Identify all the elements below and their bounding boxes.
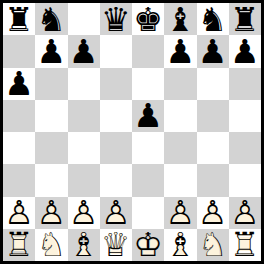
- black-knight[interactable]: ♞: [197, 3, 229, 35]
- square-g5[interactable]: [197, 100, 229, 132]
- square-d3[interactable]: [100, 164, 132, 196]
- black-knight-glyph: ♞: [35, 3, 67, 35]
- square-c4[interactable]: [68, 132, 100, 164]
- white-knight-outline: ♘: [197, 229, 229, 261]
- square-d2[interactable]: ♟♙: [100, 197, 132, 229]
- square-d1[interactable]: ♛♕: [100, 229, 132, 261]
- black-pawn[interactable]: ♟: [164, 35, 196, 67]
- white-pawn-outline: ♙: [164, 197, 196, 229]
- square-g6[interactable]: [197, 68, 229, 100]
- square-a4[interactable]: [3, 132, 35, 164]
- black-bishop-glyph: ♝: [164, 3, 196, 35]
- black-king-glyph: ♚: [132, 3, 164, 35]
- square-b7[interactable]: ♟: [35, 35, 67, 67]
- square-d5[interactable]: [100, 100, 132, 132]
- white-bishop-outline: ♗: [164, 229, 196, 261]
- black-queen-glyph: ♛: [100, 3, 132, 35]
- square-c6[interactable]: [68, 68, 100, 100]
- black-pawn[interactable]: ♟: [35, 35, 67, 67]
- square-h8[interactable]: ♜: [229, 3, 261, 35]
- white-pawn[interactable]: ♟♙: [197, 197, 229, 229]
- black-bishop[interactable]: ♝: [164, 3, 196, 35]
- black-pawn[interactable]: ♟: [229, 35, 261, 67]
- square-h1[interactable]: ♜♖: [229, 229, 261, 261]
- square-f5[interactable]: [164, 100, 196, 132]
- black-pawn-glyph: ♟: [68, 35, 100, 67]
- black-pawn-glyph: ♟: [35, 35, 67, 67]
- square-b2[interactable]: ♟♙: [35, 197, 67, 229]
- white-pawn[interactable]: ♟♙: [35, 197, 67, 229]
- square-e3[interactable]: [132, 164, 164, 196]
- white-king-outline: ♔: [132, 229, 164, 261]
- square-h6[interactable]: [229, 68, 261, 100]
- square-h3[interactable]: [229, 164, 261, 196]
- square-c8[interactable]: [68, 3, 100, 35]
- black-king[interactable]: ♚: [132, 3, 164, 35]
- square-g2[interactable]: ♟♙: [197, 197, 229, 229]
- square-h4[interactable]: [229, 132, 261, 164]
- square-h7[interactable]: ♟: [229, 35, 261, 67]
- white-pawn[interactable]: ♟♙: [3, 197, 35, 229]
- square-g4[interactable]: [197, 132, 229, 164]
- square-c2[interactable]: ♟♙: [68, 197, 100, 229]
- white-pawn-outline: ♙: [100, 197, 132, 229]
- white-bishop[interactable]: ♝♗: [68, 229, 100, 261]
- white-king[interactable]: ♚♔: [132, 229, 164, 261]
- black-pawn-glyph: ♟: [132, 100, 164, 132]
- square-b4[interactable]: [35, 132, 67, 164]
- square-d7[interactable]: [100, 35, 132, 67]
- square-f8[interactable]: ♝: [164, 3, 196, 35]
- black-pawn-glyph: ♟: [3, 68, 35, 100]
- square-a5[interactable]: [3, 100, 35, 132]
- white-knight[interactable]: ♞♘: [35, 229, 67, 261]
- square-e5[interactable]: ♟: [132, 100, 164, 132]
- white-rook[interactable]: ♜♖: [3, 229, 35, 261]
- square-e8[interactable]: ♚: [132, 3, 164, 35]
- square-c3[interactable]: [68, 164, 100, 196]
- square-a3[interactable]: [3, 164, 35, 196]
- black-rook[interactable]: ♜: [229, 3, 261, 35]
- square-b1[interactable]: ♞♘: [35, 229, 67, 261]
- square-a2[interactable]: ♟♙: [3, 197, 35, 229]
- square-e2[interactable]: [132, 197, 164, 229]
- white-bishop-outline: ♗: [68, 229, 100, 261]
- black-pawn[interactable]: ♟: [68, 35, 100, 67]
- white-rook-outline: ♖: [229, 229, 261, 261]
- square-b6[interactable]: [35, 68, 67, 100]
- square-a1[interactable]: ♜♖: [3, 229, 35, 261]
- black-pawn-glyph: ♟: [229, 35, 261, 67]
- square-c1[interactable]: ♝♗: [68, 229, 100, 261]
- black-pawn[interactable]: ♟: [132, 100, 164, 132]
- square-b5[interactable]: [35, 100, 67, 132]
- square-f7[interactable]: ♟: [164, 35, 196, 67]
- white-queen-outline: ♕: [100, 229, 132, 261]
- black-pawn-glyph: ♟: [197, 35, 229, 67]
- square-g1[interactable]: ♞♘: [197, 229, 229, 261]
- black-rook[interactable]: ♜: [3, 3, 35, 35]
- square-f3[interactable]: [164, 164, 196, 196]
- white-knight[interactable]: ♞♘: [197, 229, 229, 261]
- square-d8[interactable]: ♛: [100, 3, 132, 35]
- black-knight[interactable]: ♞: [35, 3, 67, 35]
- white-queen[interactable]: ♛♕: [100, 229, 132, 261]
- square-a7[interactable]: [3, 35, 35, 67]
- white-pawn-outline: ♙: [68, 197, 100, 229]
- square-e1[interactable]: ♚♔: [132, 229, 164, 261]
- square-g7[interactable]: ♟: [197, 35, 229, 67]
- square-a8[interactable]: ♜: [3, 3, 35, 35]
- square-h5[interactable]: [229, 100, 261, 132]
- square-g8[interactable]: ♞: [197, 3, 229, 35]
- chess-board: ♜♞♛♚♝♞♜♟♟♟♟♟♟♟♟♙♟♙♟♙♟♙♟♙♟♙♟♙♜♖♞♘♝♗♛♕♚♔♝♗…: [0, 0, 264, 264]
- square-h2[interactable]: ♟♙: [229, 197, 261, 229]
- white-pawn-outline: ♙: [197, 197, 229, 229]
- square-e4[interactable]: [132, 132, 164, 164]
- white-bishop[interactable]: ♝♗: [164, 229, 196, 261]
- square-b3[interactable]: [35, 164, 67, 196]
- white-rook[interactable]: ♜♖: [229, 229, 261, 261]
- square-e6[interactable]: [132, 68, 164, 100]
- black-pawn[interactable]: ♟: [197, 35, 229, 67]
- black-pawn-glyph: ♟: [164, 35, 196, 67]
- black-queen[interactable]: ♛: [100, 3, 132, 35]
- white-pawn-outline: ♙: [229, 197, 261, 229]
- square-f6[interactable]: [164, 68, 196, 100]
- square-d6[interactable]: [100, 68, 132, 100]
- square-e7[interactable]: [132, 35, 164, 67]
- square-c5[interactable]: [68, 100, 100, 132]
- square-g3[interactable]: [197, 164, 229, 196]
- square-f2[interactable]: ♟♙: [164, 197, 196, 229]
- white-pawn-outline: ♙: [3, 197, 35, 229]
- black-knight-glyph: ♞: [197, 3, 229, 35]
- black-pawn[interactable]: ♟: [3, 68, 35, 100]
- black-rook-glyph: ♜: [229, 3, 261, 35]
- square-c7[interactable]: ♟: [68, 35, 100, 67]
- white-pawn-outline: ♙: [35, 197, 67, 229]
- square-f4[interactable]: [164, 132, 196, 164]
- square-d4[interactable]: [100, 132, 132, 164]
- black-rook-glyph: ♜: [3, 3, 35, 35]
- white-knight-outline: ♘: [35, 229, 67, 261]
- white-pawn[interactable]: ♟♙: [229, 197, 261, 229]
- white-pawn[interactable]: ♟♙: [164, 197, 196, 229]
- square-b8[interactable]: ♞: [35, 3, 67, 35]
- square-f1[interactable]: ♝♗: [164, 229, 196, 261]
- white-pawn[interactable]: ♟♙: [68, 197, 100, 229]
- white-pawn[interactable]: ♟♙: [100, 197, 132, 229]
- white-rook-outline: ♖: [3, 229, 35, 261]
- square-a6[interactable]: ♟: [3, 68, 35, 100]
